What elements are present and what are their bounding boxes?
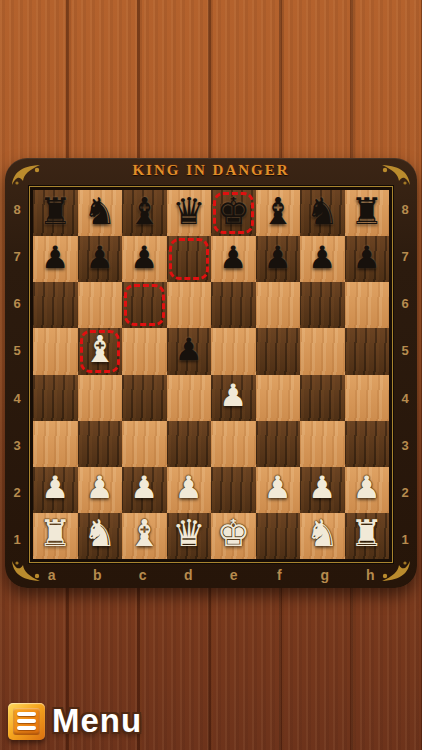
piece-black-bishop[interactable]: ♝ [128,193,161,230]
square-h3[interactable] [345,421,390,467]
piece-black-pawn[interactable]: ♟ [264,242,292,273]
square-h6[interactable] [345,282,390,328]
piece-black-pawn[interactable]: ♟ [86,242,114,273]
rank-label-left-5: 5 [7,327,27,374]
file-label-g: g [302,564,348,586]
square-g6[interactable] [300,282,345,328]
square-b8[interactable]: ♞ [78,190,123,236]
file-label-d: d [166,564,212,586]
file-label-e: e [211,564,257,586]
piece-white-pawn[interactable]: ♟ [130,472,158,503]
square-c1[interactable]: ♝ [122,513,167,559]
square-h8[interactable]: ♜ [345,190,390,236]
hamburger-menu-icon-inner [13,708,40,735]
square-e4[interactable]: ♟ [211,375,256,421]
piece-white-pawn[interactable]: ♟ [86,472,114,503]
rank-label-left-4: 4 [7,375,27,422]
square-g5[interactable] [300,328,345,374]
piece-black-rook[interactable]: ♜ [39,193,72,230]
square-b2[interactable]: ♟ [78,467,123,513]
hamburger-menu-icon[interactable] [8,703,45,740]
square-b5[interactable]: ♝ [78,328,123,374]
square-e7[interactable]: ♟ [211,236,256,282]
square-a7[interactable]: ♟ [33,236,78,282]
square-a2[interactable]: ♟ [33,467,78,513]
piece-white-rook[interactable]: ♜ [39,515,72,552]
rank-label-right-5: 5 [395,327,415,374]
square-f8[interactable]: ♝ [256,190,301,236]
file-label-a: a [29,564,75,586]
square-h7[interactable]: ♟ [345,236,390,282]
square-g2[interactable]: ♟ [300,467,345,513]
square-a6[interactable] [33,282,78,328]
square-d8[interactable]: ♛ [167,190,212,236]
square-g8[interactable]: ♞ [300,190,345,236]
rank-label-left-2: 2 [7,469,27,516]
square-g1[interactable]: ♞ [300,513,345,559]
rank-label-left-8: 8 [7,186,27,233]
rank-label-right-4: 4 [395,375,415,422]
square-g7[interactable]: ♟ [300,236,345,282]
piece-white-pawn[interactable]: ♟ [353,472,381,503]
rank-label-left-6: 6 [7,280,27,327]
page-title: KING IN DANGER [5,162,417,179]
square-c6[interactable] [122,282,167,328]
piece-white-rook[interactable]: ♜ [350,515,383,552]
piece-black-pawn[interactable]: ♟ [41,242,69,273]
rank-label-left-1: 1 [7,516,27,563]
square-c3[interactable] [122,421,167,467]
square-b7[interactable]: ♟ [78,236,123,282]
square-c2[interactable]: ♟ [122,467,167,513]
menu-button-label: Menu [52,702,142,740]
piece-black-king[interactable]: ♚ [217,193,250,230]
piece-white-pawn[interactable]: ♟ [41,472,69,503]
piece-black-pawn[interactable]: ♟ [175,334,203,365]
chess-board: ♜♞♝♛♚♝♞♜♟♟♟♟♟♟♟♝♟♟♟♟♟♟♟♟♟♜♞♝♛♚♞♜ [33,190,389,559]
square-a4[interactable] [33,375,78,421]
rank-label-right-7: 7 [395,233,415,280]
square-f1[interactable] [256,513,301,559]
square-d3[interactable] [167,421,212,467]
square-b4[interactable] [78,375,123,421]
app-screen: KING IN DANGER 87654321 87654321 abcdefg… [0,0,422,750]
piece-black-pawn[interactable]: ♟ [219,242,247,273]
board-frame: KING IN DANGER 87654321 87654321 abcdefg… [5,158,417,588]
rank-labels-right: 87654321 [395,186,415,563]
piece-white-pawn[interactable]: ♟ [308,472,336,503]
square-f6[interactable] [256,282,301,328]
square-b3[interactable] [78,421,123,467]
piece-black-knight[interactable]: ♞ [306,193,339,230]
rank-label-left-3: 3 [7,422,27,469]
piece-white-bishop[interactable]: ♝ [83,331,116,368]
rank-label-right-6: 6 [395,280,415,327]
rank-label-left-7: 7 [7,233,27,280]
square-c4[interactable] [122,375,167,421]
rank-label-right-1: 1 [395,516,415,563]
square-a3[interactable] [33,421,78,467]
rank-label-right-3: 3 [395,422,415,469]
square-a1[interactable]: ♜ [33,513,78,559]
square-h4[interactable] [345,375,390,421]
square-f7[interactable]: ♟ [256,236,301,282]
square-f3[interactable] [256,421,301,467]
square-e2[interactable] [211,467,256,513]
square-g4[interactable] [300,375,345,421]
rank-label-right-2: 2 [395,469,415,516]
file-label-h: h [348,564,394,586]
square-c8[interactable]: ♝ [122,190,167,236]
menu-button[interactable]: Menu [8,702,142,740]
square-e1[interactable]: ♚ [211,513,256,559]
square-h2[interactable]: ♟ [345,467,390,513]
square-f2[interactable]: ♟ [256,467,301,513]
square-c5[interactable] [122,328,167,374]
square-e5[interactable] [211,328,256,374]
square-a5[interactable] [33,328,78,374]
square-d4[interactable] [167,375,212,421]
piece-white-pawn[interactable]: ♟ [175,472,203,503]
square-d1[interactable]: ♛ [167,513,212,559]
square-e6[interactable] [211,282,256,328]
piece-white-bishop[interactable]: ♝ [128,515,161,552]
square-b6[interactable] [78,282,123,328]
square-e8[interactable]: ♚ [211,190,256,236]
piece-white-knight[interactable]: ♞ [83,515,116,552]
square-b1[interactable]: ♞ [78,513,123,559]
square-h5[interactable] [345,328,390,374]
piece-black-pawn[interactable]: ♟ [308,242,336,273]
square-e3[interactable] [211,421,256,467]
square-f4[interactable] [256,375,301,421]
file-label-f: f [257,564,303,586]
piece-black-knight[interactable]: ♞ [83,193,116,230]
square-a8[interactable]: ♜ [33,190,78,236]
rank-label-right-8: 8 [395,186,415,233]
square-d2[interactable]: ♟ [167,467,212,513]
square-h1[interactable]: ♜ [345,513,390,559]
file-label-b: b [75,564,121,586]
square-f5[interactable] [256,328,301,374]
piece-black-bishop[interactable]: ♝ [261,193,294,230]
rank-labels-left: 87654321 [7,186,27,563]
square-g3[interactable] [300,421,345,467]
square-c7[interactable]: ♟ [122,236,167,282]
piece-black-rook[interactable]: ♜ [350,193,383,230]
piece-white-king[interactable]: ♚ [217,515,250,552]
piece-white-pawn[interactable]: ♟ [219,380,247,411]
square-d7[interactable] [167,236,212,282]
piece-white-queen[interactable]: ♛ [172,515,205,552]
file-labels: abcdefgh [29,564,393,586]
piece-black-pawn[interactable]: ♟ [130,242,158,273]
piece-black-pawn[interactable]: ♟ [353,242,381,273]
piece-black-queen[interactable]: ♛ [172,193,205,230]
board-border: ♜♞♝♛♚♝♞♜♟♟♟♟♟♟♟♝♟♟♟♟♟♟♟♟♟♜♞♝♛♚♞♜ [29,186,393,563]
file-label-c: c [120,564,166,586]
piece-white-knight[interactable]: ♞ [306,515,339,552]
square-d6[interactable] [167,282,212,328]
square-d5[interactable]: ♟ [167,328,212,374]
piece-white-pawn[interactable]: ♟ [264,472,292,503]
